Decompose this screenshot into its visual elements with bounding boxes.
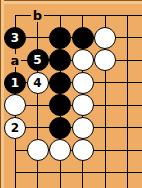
white-stone [72,94,94,116]
point-a17[interactable]: a [4,49,27,72]
move-number: 3 [11,32,19,44]
white-stone [94,49,116,71]
point-f15[interactable] [116,94,139,117]
go-board: b3a5142 [0,0,142,188]
point-d18[interactable] [71,26,94,49]
point-a12[interactable] [4,161,27,184]
white-stone [72,117,94,139]
point-e18[interactable] [94,26,117,49]
black-stone [49,49,71,71]
black-stone [49,94,71,116]
board-frame-left-edge [0,0,4,188]
point-c19[interactable] [49,4,72,27]
point-f16[interactable] [116,71,139,94]
label-b: b [31,9,44,22]
point-c12[interactable] [49,161,72,184]
point-b12[interactable] [26,161,49,184]
point-a15[interactable] [4,94,27,117]
point-c18[interactable] [49,26,72,49]
black-stone-move-5: 5 [27,49,49,71]
board-frame-top-edge [0,0,142,4]
point-e14[interactable] [94,116,117,139]
point-c13[interactable] [49,139,72,162]
point-a16[interactable]: 1 [4,71,27,94]
move-number: 2 [11,122,19,134]
white-stone [4,94,26,116]
white-stone-move-2: 2 [4,117,26,139]
point-f13[interactable] [116,139,139,162]
point-d15[interactable] [71,94,94,117]
white-stone [49,139,71,161]
point-e19[interactable] [94,4,117,27]
point-a19[interactable] [4,4,27,27]
point-e15[interactable] [94,94,117,117]
move-number: 5 [33,54,41,66]
point-f18[interactable] [116,26,139,49]
black-stone [49,27,71,49]
black-stone [49,117,71,139]
point-a14[interactable]: 2 [4,116,27,139]
point-b15[interactable] [26,94,49,117]
point-d12[interactable] [71,161,94,184]
white-stone [72,139,94,161]
point-c16[interactable] [49,71,72,94]
point-e12[interactable] [94,161,117,184]
point-d19[interactable] [71,4,94,27]
point-a13[interactable] [4,139,27,162]
white-stone [72,72,94,94]
point-b14[interactable] [26,116,49,139]
black-stone [72,27,94,49]
point-e13[interactable] [94,139,117,162]
black-stone-move-3: 3 [4,27,26,49]
point-e17[interactable] [94,49,117,72]
point-a18[interactable]: 3 [4,26,27,49]
point-f17[interactable] [116,49,139,72]
move-number: 1 [11,77,19,89]
point-b16[interactable]: 4 [26,71,49,94]
point-f12[interactable] [116,161,139,184]
point-f19[interactable] [116,4,139,27]
point-d14[interactable] [71,116,94,139]
board-points: b3a5142 [4,4,139,184]
point-d17[interactable] [71,49,94,72]
point-d16[interactable] [71,71,94,94]
point-c15[interactable] [49,94,72,117]
point-b19[interactable]: b [26,4,49,27]
point-d13[interactable] [71,139,94,162]
black-stone-move-1: 1 [4,72,26,94]
move-number: 4 [33,77,41,89]
point-c17[interactable] [49,49,72,72]
point-b13[interactable] [26,139,49,162]
white-stone [94,27,116,49]
white-stone [27,139,49,161]
black-stone [49,72,71,94]
point-f14[interactable] [116,116,139,139]
point-e16[interactable] [94,71,117,94]
white-stone [72,49,94,71]
point-b18[interactable] [26,26,49,49]
point-c14[interactable] [49,116,72,139]
point-b17[interactable]: 5 [26,49,49,72]
label-a: a [9,54,22,67]
white-stone-move-4: 4 [27,72,49,94]
